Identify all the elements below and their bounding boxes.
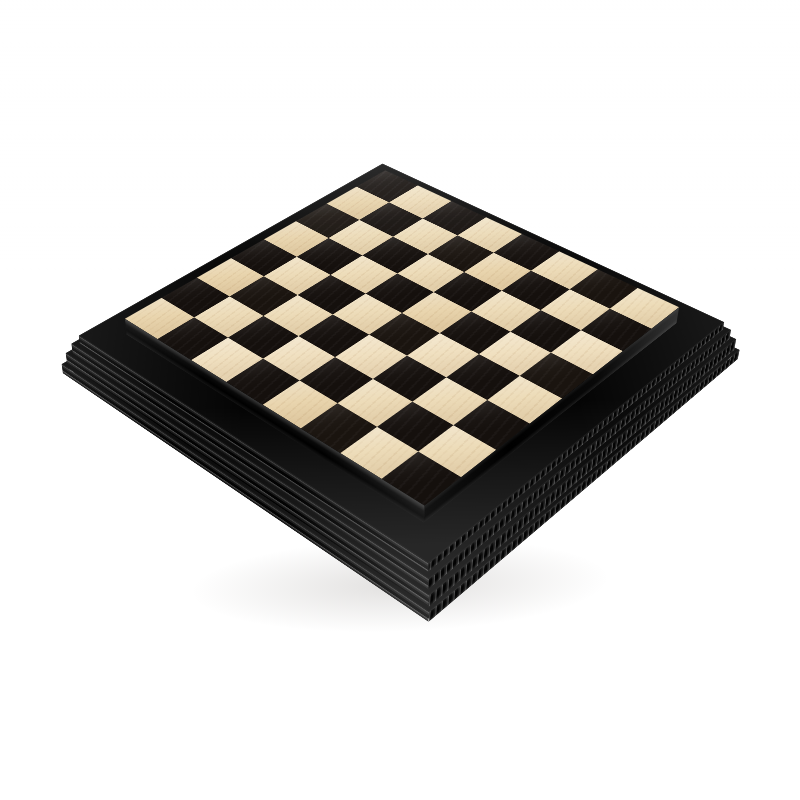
- square-4-6: [446, 354, 519, 400]
- square-3-5: [440, 312, 511, 355]
- square-6-3: [263, 336, 335, 380]
- square-4-4: [369, 313, 440, 356]
- square-5-4: [335, 335, 407, 379]
- background: [0, 0, 800, 800]
- square-6-2: [228, 316, 299, 359]
- square-5-6: [412, 377, 487, 425]
- square-6-5: [338, 379, 413, 427]
- square-5-5: [373, 356, 446, 402]
- square-4-5: [407, 333, 479, 377]
- square-3-6: [479, 332, 551, 376]
- square-5-3: [299, 314, 370, 357]
- photo-rotation-wrapper: [0, 0, 800, 800]
- scene: [0, 0, 800, 800]
- square-2-6: [510, 310, 581, 352]
- square-6-4: [300, 357, 373, 403]
- square-6-6: [377, 402, 453, 452]
